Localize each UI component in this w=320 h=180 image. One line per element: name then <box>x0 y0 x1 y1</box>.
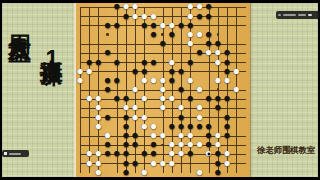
stone-black: ● <box>103 21 112 30</box>
stone-black: ● <box>204 94 213 103</box>
stone-black: ● <box>176 21 185 30</box>
stone-white: ● <box>232 85 241 94</box>
player-square-icon <box>4 152 7 155</box>
stone-black: ● <box>112 58 121 67</box>
stone-white: ● <box>195 168 204 177</box>
stone-white: ● <box>140 76 149 85</box>
stone-black: ● <box>176 85 185 94</box>
overlay-text-bars <box>9 153 21 155</box>
stone-black: ● <box>103 149 112 158</box>
stone-black: ● <box>103 48 112 57</box>
stone-black: ● <box>131 140 140 149</box>
title-saturday-review: 周六复盘 <box>8 16 31 22</box>
channel-caption: 徐老师围棋教室 <box>257 145 315 157</box>
player-control-chip[interactable] <box>2 150 29 157</box>
stone-white: ● <box>158 21 167 30</box>
stone-black: ● <box>149 58 158 67</box>
stone-black: ● <box>112 94 121 103</box>
hoshi-point <box>161 144 164 147</box>
stone-white: ● <box>131 85 140 94</box>
stone-white: ● <box>195 30 204 39</box>
stone-black: ● <box>167 30 176 39</box>
stone-black: ● <box>195 48 204 57</box>
stone-black: ● <box>131 67 140 76</box>
stone-white: ● <box>131 12 140 21</box>
stone-white: ● <box>149 76 158 85</box>
overlay-text-bars <box>298 14 306 16</box>
stone-black: ● <box>149 30 158 39</box>
stone-white: ● <box>222 76 231 85</box>
hoshi-point <box>106 33 109 36</box>
stone-black: ● <box>222 131 231 140</box>
stone-black: ● <box>131 159 140 168</box>
stone-white: ● <box>222 159 231 168</box>
stone-black: ● <box>121 168 130 177</box>
stone-black: ● <box>222 94 231 103</box>
stone-white: ● <box>140 122 149 131</box>
stone-white: ● <box>94 168 103 177</box>
stone-white: ● <box>131 113 140 122</box>
stone-white: ● <box>75 76 84 85</box>
stone-white: ● <box>232 67 241 76</box>
overlay-text-bars <box>308 14 312 16</box>
stone-black: ● <box>112 149 121 158</box>
stone-white: ● <box>186 76 195 85</box>
stone-black: ● <box>94 58 103 67</box>
stone-white: ● <box>167 159 176 168</box>
stone-white: ● <box>204 149 213 158</box>
stone-white: ● <box>204 48 213 57</box>
stone-white: ● <box>167 94 176 103</box>
stone-white: ● <box>195 140 204 149</box>
stone-black: ● <box>213 168 222 177</box>
stone-white: ● <box>158 159 167 168</box>
overlay-text-bars <box>283 14 296 16</box>
stone-white: ● <box>158 103 167 112</box>
go-board: ●●●●●●●●●●●●●●●●●●●●●●●●●●●●●●●●●●●●●●●●… <box>74 3 250 177</box>
stone-black: ● <box>103 113 112 122</box>
stone-black: ● <box>167 76 176 85</box>
stone-white: ● <box>195 85 204 94</box>
stone-black: ● <box>112 76 121 85</box>
stone-black: ● <box>195 12 204 21</box>
stone-black: ● <box>112 21 121 30</box>
tatami-background: 周六复盘 直播课1 ●●●●●●●●●●●●●●●●●●●●●●●●●●●●●●… <box>2 3 318 177</box>
last-move-marker <box>207 153 210 156</box>
stone-white: ● <box>213 76 222 85</box>
stone-white: ● <box>85 159 94 168</box>
stones-layer: ●●●●●●●●●●●●●●●●●●●●●●●●●●●●●●●●●●●●●●●●… <box>75 2 250 177</box>
stone-black: ● <box>103 85 112 94</box>
stone-black: ● <box>112 2 121 11</box>
stone-black: ● <box>167 122 176 131</box>
stone-black: ● <box>140 149 149 158</box>
stone-black: ● <box>176 67 185 76</box>
stone-white: ● <box>186 39 195 48</box>
video-frame: 周六复盘 直播课1 ●●●●●●●●●●●●●●●●●●●●●●●●●●●●●●… <box>0 0 320 180</box>
stone-black: ● <box>195 122 204 131</box>
stone-white: ● <box>158 131 167 140</box>
stone-black: ● <box>186 94 195 103</box>
title-live-class: 直播课1 <box>40 41 63 73</box>
stone-white: ● <box>213 58 222 67</box>
stone-white: ● <box>85 94 94 103</box>
stone-white: ● <box>140 94 149 103</box>
stone-white: ● <box>85 67 94 76</box>
stone-black: ● <box>204 12 213 21</box>
overlay-text-bars <box>278 14 281 16</box>
stone-black: ● <box>213 103 222 112</box>
stone-black: ● <box>186 58 195 67</box>
stone-white: ● <box>94 122 103 131</box>
player-overlay-chip[interactable] <box>276 11 320 19</box>
stone-white: ● <box>176 149 185 158</box>
stone-black: ● <box>158 39 167 48</box>
stone-black: ● <box>186 149 195 158</box>
stone-white: ● <box>149 159 158 168</box>
stone-white: ● <box>140 168 149 177</box>
stone-black: ● <box>140 21 149 30</box>
stone-black: ● <box>121 12 130 21</box>
